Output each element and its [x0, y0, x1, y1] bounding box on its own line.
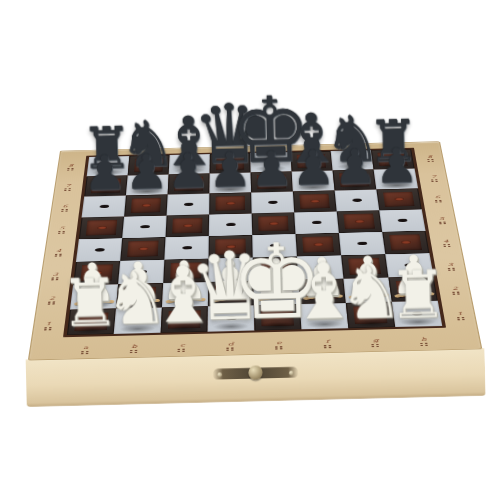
- pip-cluster: [434, 200, 442, 203]
- square-c1[interactable]: ♝: [161, 306, 208, 333]
- square-g5[interactable]: [337, 210, 382, 233]
- piece-white-bishop[interactable]: ♝: [288, 256, 359, 327]
- coordinate-label: 2: [452, 287, 458, 291]
- piece-black-pawn[interactable]: ♟: [333, 145, 377, 189]
- coordinate-pips: c: [158, 343, 207, 353]
- coordinate-pips: d: [206, 342, 255, 352]
- peg-hole: [397, 219, 407, 222]
- square-e7[interactable]: ♟: [251, 171, 293, 192]
- pip-cluster: [67, 168, 74, 171]
- clasp-knob: [248, 365, 263, 380]
- square-inset: [216, 196, 246, 211]
- pip-cluster: [420, 343, 429, 347]
- coordinate-label: 4: [56, 249, 61, 253]
- square-f7[interactable]: ♟: [292, 170, 335, 191]
- coordinate-label: 5: [439, 217, 445, 221]
- square-h5[interactable]: [379, 209, 425, 232]
- peg-hole: [140, 225, 150, 228]
- coordinate-pips: 8: [418, 148, 442, 168]
- coordinate-pips: f: [303, 339, 352, 349]
- pip-cluster: [64, 188, 72, 191]
- square-a1[interactable]: ♜: [67, 309, 116, 336]
- square-e6[interactable]: [251, 192, 294, 214]
- piece-black-pawn[interactable]: ♟: [83, 151, 127, 195]
- peg-hole: [183, 203, 193, 206]
- pip-cluster: [443, 244, 451, 247]
- coordinate-pips: g: [351, 338, 400, 348]
- pip-cluster: [323, 345, 332, 349]
- pip-cluster: [227, 347, 235, 351]
- coordinate-pips: 5: [49, 219, 74, 242]
- pip-cluster: [452, 292, 461, 295]
- peg-hole: [352, 199, 362, 202]
- chess-box: ♜♞♝♛♚♝♞♜♟♟♟♟♟♟♟♟♟♟♟♟♟♟♟♟♜♞♝♛♚♝♞♜ abcdefg…: [28, 141, 483, 360]
- pip-cluster: [47, 302, 55, 305]
- peg-hole: [268, 201, 278, 204]
- square-h1[interactable]: ♜: [392, 301, 442, 327]
- pip-cluster: [447, 267, 455, 270]
- piece-white-bishop[interactable]: ♝: [148, 260, 219, 331]
- square-c7[interactable]: ♟: [168, 173, 210, 194]
- coordinate-label: g: [373, 339, 379, 344]
- coordinate-pips: h: [399, 337, 449, 347]
- piece-black-pawn[interactable]: ♟: [249, 147, 293, 191]
- piece-white-rook[interactable]: ♜: [60, 273, 120, 333]
- pip-cluster: [54, 254, 62, 257]
- piece-black-pawn[interactable]: ♟: [374, 144, 418, 188]
- coordinate-label: 3: [448, 263, 454, 267]
- pip-cluster: [275, 346, 283, 350]
- coordinate-pips: 7: [422, 168, 447, 189]
- square-f1[interactable]: ♝: [300, 303, 349, 329]
- pip-cluster: [427, 159, 435, 162]
- coordinate-label: e: [276, 341, 281, 346]
- square-a6[interactable]: [82, 196, 126, 218]
- piece-black-pawn[interactable]: ♟: [291, 146, 335, 190]
- piece-black-pawn[interactable]: ♟: [166, 149, 210, 193]
- coordinate-label: 1: [46, 322, 52, 327]
- clasp-icon: [212, 367, 298, 380]
- coordinate-label: h: [421, 337, 427, 342]
- square-h6[interactable]: [376, 188, 421, 210]
- pip-cluster: [178, 349, 186, 353]
- coordinate-label: d: [228, 342, 233, 347]
- coordinate-pips: b: [109, 344, 158, 354]
- clasp-screw: [217, 372, 222, 377]
- piece-black-pawn[interactable]: ♟: [208, 148, 252, 192]
- coordinate-pips: e: [255, 340, 304, 350]
- coordinate-label: b: [131, 344, 137, 349]
- peg-hole: [99, 205, 109, 208]
- coordinate-pips: a: [61, 345, 110, 355]
- board-frame: ♜♞♝♛♚♝♞♜♟♟♟♟♟♟♟♟♟♟♟♟♟♟♟♟♜♞♝♛♚♝♞♜ abcdefg…: [28, 141, 483, 360]
- square-g6[interactable]: [335, 189, 380, 211]
- coordinate-pips: 1: [446, 303, 474, 329]
- pip-cluster: [129, 350, 138, 354]
- square-inset: [172, 218, 203, 234]
- coordinate-label: 3: [53, 272, 59, 276]
- pip-cluster: [43, 327, 52, 330]
- box-side: [26, 348, 486, 407]
- pip-cluster: [431, 179, 439, 182]
- pip-cluster: [61, 209, 69, 212]
- coordinate-label: 4: [443, 240, 449, 244]
- square-c6[interactable]: [167, 194, 210, 216]
- coordinate-label: c: [180, 343, 185, 348]
- chess-board: ♜♞♝♛♚♝♞♜♟♟♟♟♟♟♟♟♟♟♟♟♟♟♟♟♜♞♝♛♚♝♞♜: [67, 149, 442, 335]
- square-b7[interactable]: ♟: [126, 174, 169, 195]
- coordinate-label: 1: [457, 312, 463, 317]
- pip-cluster: [51, 277, 59, 280]
- coordinate-pips: 5: [429, 210, 455, 233]
- square-b6[interactable]: [124, 195, 168, 217]
- square-g7[interactable]: ♟: [333, 169, 377, 190]
- piece-white-rook[interactable]: ♜: [388, 265, 448, 325]
- pip-cluster: [439, 222, 447, 225]
- square-f6[interactable]: [293, 190, 337, 212]
- square-d7[interactable]: ♟: [209, 172, 251, 193]
- peg-hole: [97, 226, 107, 229]
- chess-set-photo: ♜♞♝♛♚♝♞♜♟♟♟♟♟♟♟♟♟♟♟♟♟♟♟♟♜♞♝♛♚♝♞♜ abcdefg…: [0, 0, 500, 500]
- coordinate-pips: 1: [35, 313, 62, 340]
- peg-hole: [183, 224, 193, 227]
- pip-cluster: [372, 344, 381, 348]
- pip-cluster: [457, 317, 466, 320]
- peg-hole: [394, 198, 404, 201]
- square-d6[interactable]: [209, 193, 252, 215]
- clasp-screw: [289, 370, 294, 375]
- coordinate-label: a: [83, 346, 88, 351]
- peg-hole: [310, 200, 320, 203]
- square-b5[interactable]: [122, 215, 166, 238]
- coordinate-pips: 8: [59, 157, 82, 177]
- coordinate-label: 5: [59, 227, 64, 231]
- coordinate-label: 2: [49, 297, 55, 301]
- square-h7[interactable]: ♟: [374, 168, 418, 189]
- coordinate-pips: 7: [56, 177, 80, 198]
- piece-black-pawn[interactable]: ♟: [124, 150, 168, 194]
- coordinate-pips: 6: [426, 189, 451, 211]
- pip-cluster: [57, 231, 65, 234]
- peg-hole: [226, 202, 235, 205]
- coordinate-pips: 4: [433, 232, 459, 255]
- board-rim: ♜♞♝♛♚♝♞♜♟♟♟♟♟♟♟♟♟♟♟♟♟♟♟♟♜♞♝♛♚♝♞♜: [63, 148, 446, 337]
- square-a5[interactable]: [79, 216, 124, 239]
- coordinate-pips: 6: [53, 198, 77, 220]
- pip-cluster: [81, 351, 90, 355]
- peg-hole: [354, 220, 364, 223]
- square-a7[interactable]: ♟: [84, 175, 128, 196]
- coordinate-label: f: [326, 340, 329, 345]
